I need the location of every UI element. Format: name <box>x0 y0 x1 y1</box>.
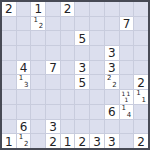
clue-number: 2 <box>112 82 116 89</box>
cell-r6c0[interactable] <box>2 90 16 104</box>
cell-r6c3[interactable] <box>46 90 60 104</box>
cell-r3c4[interactable] <box>61 46 75 60</box>
cell-r0c3[interactable] <box>46 2 60 16</box>
cell-r7c5[interactable] <box>75 105 89 119</box>
cell-r0c6[interactable] <box>90 2 104 16</box>
clue-cell-r9c6: 3 <box>90 134 104 148</box>
clue-cell-r3c7: 3 <box>105 46 119 60</box>
cell-r6c1[interactable] <box>17 90 31 104</box>
cell-r8c4[interactable] <box>61 120 75 134</box>
clue-number: 3 <box>108 136 116 148</box>
cell-r6c7[interactable] <box>105 90 119 104</box>
cell-r0c8[interactable] <box>120 2 134 16</box>
clue-cell-r8c1: 6 <box>17 120 31 134</box>
cell-r3c9[interactable] <box>134 46 148 60</box>
cell-r2c1[interactable] <box>17 31 31 45</box>
cell-r1c3[interactable] <box>46 17 60 31</box>
clue-number: 3 <box>108 47 116 59</box>
clue-cell-r9c9: 2 <box>134 134 148 148</box>
clue-number: 2 <box>79 136 87 148</box>
cell-r5c0[interactable] <box>2 75 16 89</box>
clue-number: 1 <box>5 136 13 148</box>
cell-r1c0[interactable] <box>2 17 16 31</box>
clue-number: 7 <box>49 62 57 74</box>
cell-r7c2[interactable] <box>31 105 45 119</box>
clue-number: 3 <box>93 136 101 148</box>
clue-number: 3 <box>79 62 87 74</box>
cell-r4c2[interactable] <box>31 61 45 75</box>
clue-cell-r5c9: 2 <box>134 75 148 89</box>
cell-r3c8[interactable] <box>120 46 134 60</box>
cell-r0c5[interactable] <box>75 2 89 16</box>
clue-number: 1 <box>136 90 140 97</box>
cell-r1c5[interactable] <box>75 17 89 31</box>
clue-number: 7 <box>123 18 131 30</box>
cell-r3c3[interactable] <box>46 46 60 60</box>
clue-number: 6 <box>108 106 116 118</box>
clue-number: 1 <box>125 97 129 103</box>
clue-number: 2 <box>64 3 72 15</box>
cell-r7c6[interactable] <box>90 105 104 119</box>
clue-number: 3 <box>49 121 57 133</box>
clue-number: 2 <box>39 23 43 30</box>
cell-r6c6[interactable] <box>90 90 104 104</box>
clue-cell-r9c3: 2 <box>46 134 60 148</box>
cell-r7c4[interactable] <box>61 105 75 119</box>
clue-number: 2 <box>5 3 13 15</box>
clue-cell-r0c4: 2 <box>61 2 75 16</box>
cell-r2c7[interactable] <box>105 31 119 45</box>
cell-r7c0[interactable] <box>2 105 16 119</box>
clue-number: 1 <box>34 3 42 15</box>
cell-r2c3[interactable] <box>46 31 60 45</box>
clue-cell-r9c5: 2 <box>75 134 89 148</box>
cell-r1c7[interactable] <box>105 17 119 31</box>
clue-cell-r4c3: 7 <box>46 61 60 75</box>
cell-r2c6[interactable] <box>90 31 104 45</box>
clue-number: 2 <box>137 77 145 89</box>
clue-cell-r8c3: 3 <box>46 120 60 134</box>
clue-cell-r9c4: 1 <box>61 134 75 148</box>
cell-r1c1[interactable] <box>17 17 31 31</box>
cell-r0c9[interactable] <box>134 2 148 16</box>
clue-cell-r0c0: 2 <box>2 2 16 16</box>
clue-cell-r5c1: 13 <box>17 75 31 89</box>
cell-r4c4[interactable] <box>61 61 75 75</box>
clue-number: 1 <box>19 134 23 141</box>
cell-r2c4[interactable] <box>61 31 75 45</box>
cell-r0c1[interactable] <box>17 2 31 16</box>
cell-r9c2[interactable] <box>31 134 45 148</box>
cell-r3c5[interactable] <box>75 46 89 60</box>
clue-number: 1 <box>33 17 37 24</box>
cell-r3c0[interactable] <box>2 46 16 60</box>
clue-number: 3 <box>24 82 28 89</box>
cell-r7c1[interactable] <box>17 105 31 119</box>
cell-r5c2[interactable] <box>31 75 45 89</box>
clue-cell-r9c1: 12 <box>17 134 31 148</box>
clue-cell-r6c9: 11 <box>134 90 148 104</box>
clue-cell-r2c5: 5 <box>75 31 89 45</box>
clue-cell-r9c0: 1 <box>2 134 16 148</box>
clue-cell-r1c8: 7 <box>120 17 134 31</box>
cell-r6c5[interactable] <box>75 90 89 104</box>
cell-r1c6[interactable] <box>90 17 104 31</box>
clue-number: 5 <box>79 33 87 45</box>
cell-r8c8[interactable] <box>120 120 134 134</box>
cell-r5c4[interactable] <box>61 75 75 89</box>
cell-r5c3[interactable] <box>46 75 60 89</box>
clue-number: 1 <box>122 105 126 112</box>
clue-cell-r6c8: 111 <box>120 90 134 104</box>
clue-cell-r5c7: 22 <box>105 75 119 89</box>
clue-cell-r4c1: 4 <box>17 61 31 75</box>
cell-r6c2[interactable] <box>31 90 45 104</box>
clue-cell-r4c5: 3 <box>75 61 89 75</box>
clue-number: 1 <box>19 75 23 82</box>
clue-cell-r7c7: 6 <box>105 105 119 119</box>
clue-number: 6 <box>20 121 28 133</box>
cell-r0c7[interactable] <box>105 2 119 16</box>
clue-number: 4 <box>20 62 28 74</box>
cell-r1c4[interactable] <box>61 17 75 31</box>
clue-number: 1 <box>142 97 146 104</box>
cell-r8c5[interactable] <box>75 120 89 134</box>
cell-r3c2[interactable] <box>31 46 45 60</box>
cell-r4c6[interactable] <box>90 61 104 75</box>
tapa-board: 2121275347331352221111161463112212332 <box>0 0 150 150</box>
cell-r2c2[interactable] <box>31 31 45 45</box>
cell-r9c8[interactable] <box>120 134 134 148</box>
cell-r7c9[interactable] <box>134 105 148 119</box>
clue-cell-r9c7: 3 <box>105 134 119 148</box>
cell-r5c6[interactable] <box>90 75 104 89</box>
cell-r2c0[interactable] <box>2 31 16 45</box>
cell-r8c6[interactable] <box>90 120 104 134</box>
cell-r2c8[interactable] <box>120 31 134 45</box>
cell-r8c7[interactable] <box>105 120 119 134</box>
cell-r1c9[interactable] <box>134 17 148 31</box>
clue-cell-r1c2: 12 <box>31 17 45 31</box>
cell-r3c1[interactable] <box>17 46 31 60</box>
cell-r4c9[interactable] <box>134 61 148 75</box>
cell-r4c8[interactable] <box>120 61 134 75</box>
clue-cell-r4c7: 3 <box>105 61 119 75</box>
cell-r7c3[interactable] <box>46 105 60 119</box>
cell-r6c4[interactable] <box>61 90 75 104</box>
cell-r8c0[interactable] <box>2 120 16 134</box>
cell-r8c9[interactable] <box>134 120 148 134</box>
clue-cell-r5c5: 5 <box>75 75 89 89</box>
clue-cell-r0c2: 1 <box>31 2 45 16</box>
cell-r3c6[interactable] <box>90 46 104 60</box>
clue-number: 1 <box>64 136 72 148</box>
clue-number: 2 <box>49 136 57 148</box>
clue-number: 2 <box>107 75 111 82</box>
cell-r2c9[interactable] <box>134 31 148 45</box>
cell-r5c8[interactable] <box>120 75 134 89</box>
clue-number: 3 <box>108 62 116 74</box>
cell-r8c2[interactable] <box>31 120 45 134</box>
clue-number: 2 <box>24 141 28 148</box>
clue-number: 4 <box>127 112 131 119</box>
cell-r4c0[interactable] <box>2 61 16 75</box>
clue-number: 2 <box>137 136 145 148</box>
clue-number: 5 <box>79 77 87 89</box>
clue-cell-r7c8: 14 <box>120 105 134 119</box>
